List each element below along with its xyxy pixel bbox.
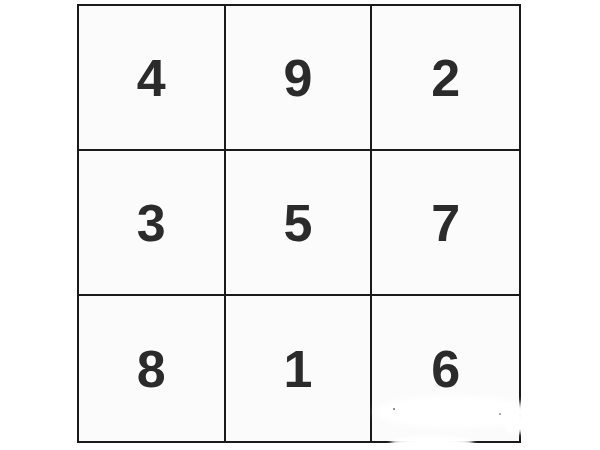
cell-r1c3: 2 bbox=[372, 6, 519, 151]
artifact-dot bbox=[499, 413, 501, 415]
cell-r3c2: 1 bbox=[226, 296, 373, 441]
cell-r1c1: 4 bbox=[79, 6, 226, 151]
magic-square-diagram: 4 9 2 3 5 7 8 1 6 bbox=[0, 0, 600, 450]
magic-square-board: 4 9 2 3 5 7 8 1 6 bbox=[77, 4, 521, 443]
watermark-blob bbox=[503, 414, 529, 434]
cell-r1c2: 9 bbox=[226, 6, 373, 151]
artifact-dot bbox=[393, 408, 395, 410]
cell-r2c3: 7 bbox=[372, 151, 519, 296]
cell-r2c2: 5 bbox=[226, 151, 373, 296]
cell-r2c1: 3 bbox=[79, 151, 226, 296]
watermark-blob bbox=[390, 436, 474, 450]
cell-r3c1: 8 bbox=[79, 296, 226, 441]
